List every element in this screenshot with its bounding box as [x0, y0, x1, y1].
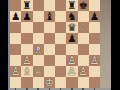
- coordinate-tick: [60, 88, 62, 90]
- piece-black-pawn: ♟: [90, 11, 99, 22]
- square-h2: [89, 66, 100, 77]
- piece-black-rook: ♜: [67, 0, 76, 11]
- coordinate-tick: [15, 88, 17, 90]
- piece-black-pawn: ♟: [67, 33, 76, 44]
- piece-white-pawn: ♙: [22, 55, 31, 66]
- coordinate-tick: [71, 88, 73, 90]
- square-b3: ♙: [21, 55, 32, 66]
- square-c5: [33, 33, 44, 44]
- square-b7: ♟: [21, 11, 32, 22]
- piece-black-knight: ♞: [67, 11, 76, 22]
- square-d4: [44, 44, 55, 55]
- square-a6: [10, 22, 21, 33]
- piece-white-pawn: ♙: [78, 66, 87, 77]
- coordinate-tick: [94, 88, 96, 90]
- video-frame: ♜♜♚♟♟♝♞♟♛♘♟♗♙♙♙♙♗♕♙♙♔: [0, 0, 120, 90]
- square-e5: [55, 33, 66, 44]
- square-g6: ♘: [78, 22, 89, 33]
- square-c3: [33, 55, 44, 66]
- square-a5: [10, 33, 21, 44]
- piece-black-pawn: ♟: [22, 11, 31, 22]
- piece-white-king: ♔: [45, 77, 54, 88]
- square-b1: [21, 77, 32, 88]
- piece-white-knight: ♘: [78, 22, 87, 33]
- square-e3: [55, 55, 66, 66]
- square-g7: [78, 11, 89, 22]
- piece-black-bishop: ♝: [45, 11, 54, 22]
- square-h4: [89, 44, 100, 55]
- square-b2: ♗: [21, 66, 32, 77]
- square-a1: [10, 77, 21, 88]
- square-e1: [55, 77, 66, 88]
- square-e8: [55, 0, 66, 11]
- piece-black-pawn: ♟: [11, 11, 20, 22]
- piece-white-pawn: ♙: [67, 55, 76, 66]
- square-a2: ♙: [10, 66, 21, 77]
- square-h7: ♟: [89, 11, 100, 22]
- square-e4: [55, 44, 66, 55]
- square-g4: [78, 44, 89, 55]
- coordinate-tick: [82, 88, 84, 90]
- piece-white-pawn: ♙: [11, 66, 20, 77]
- square-h5: [89, 33, 100, 44]
- square-e7: [55, 11, 66, 22]
- square-f1: [66, 77, 77, 88]
- right-margin-strip: [100, 0, 111, 88]
- square-e6: [55, 22, 66, 33]
- piece-black-queen: ♛: [67, 22, 76, 33]
- square-d5: [44, 33, 55, 44]
- square-g1: [78, 77, 89, 88]
- square-d1: ♔: [44, 77, 55, 88]
- piece-white-bishop: ♗: [33, 44, 42, 55]
- square-d2: [44, 66, 55, 77]
- square-h6: [89, 22, 100, 33]
- square-h1: [89, 77, 100, 88]
- square-c6: [33, 22, 44, 33]
- square-g8: ♚: [78, 0, 89, 11]
- square-f3: ♙: [66, 55, 77, 66]
- coordinate-tick: [37, 88, 39, 90]
- square-a7: ♟: [10, 11, 21, 22]
- square-d6: [44, 22, 55, 33]
- piece-black-rook: ♜: [22, 0, 31, 11]
- square-b6: [21, 22, 32, 33]
- square-c1: [33, 77, 44, 88]
- square-a4: [10, 44, 21, 55]
- square-d7: ♝: [44, 11, 55, 22]
- piece-white-bishop: ♗: [22, 66, 31, 77]
- square-c4: ♗: [33, 44, 44, 55]
- square-d8: [44, 0, 55, 11]
- square-b4: [21, 44, 32, 55]
- square-f2: ♙: [66, 66, 77, 77]
- square-a3: [10, 55, 21, 66]
- piece-white-queen: ♕: [33, 66, 42, 77]
- square-f6: ♛: [66, 22, 77, 33]
- square-d3: [44, 55, 55, 66]
- piece-black-king: ♚: [78, 0, 87, 11]
- square-g5: [78, 33, 89, 44]
- square-e2: [55, 66, 66, 77]
- piece-white-pawn: ♙: [67, 66, 76, 77]
- square-c7: [33, 11, 44, 22]
- square-f5: ♟: [66, 33, 77, 44]
- piece-white-pawn: ♙: [90, 55, 99, 66]
- square-h8: [89, 0, 100, 11]
- chess-board: ♜♜♚♟♟♝♞♟♛♘♟♗♙♙♙♙♗♕♙♙♔: [10, 0, 100, 88]
- coordinate-tick: [49, 88, 51, 90]
- square-f8: ♜: [66, 0, 77, 11]
- coordinate-ticks: [10, 88, 100, 90]
- square-h3: ♙: [89, 55, 100, 66]
- square-f4: [66, 44, 77, 55]
- square-f7: ♞: [66, 11, 77, 22]
- square-b8: ♜: [21, 0, 32, 11]
- square-c8: [33, 0, 44, 11]
- square-b5: [21, 33, 32, 44]
- square-c2: ♕: [33, 66, 44, 77]
- square-a8: [10, 0, 21, 11]
- square-g2: ♙: [78, 66, 89, 77]
- coordinate-tick: [26, 88, 28, 90]
- square-g3: [78, 55, 89, 66]
